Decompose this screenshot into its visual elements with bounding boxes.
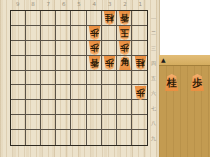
file-label: 3	[102, 0, 117, 9]
sente-hand-header: ▲	[159, 55, 210, 65]
hand-piece-歩[interactable]: 歩	[190, 74, 205, 91]
file-label: 5	[71, 0, 86, 9]
rank-label: 一	[149, 10, 158, 25]
piece-sente-2四[interactable]: 角	[117, 55, 132, 70]
piece-kanji: 歩	[88, 41, 101, 55]
piece-gote-1四[interactable]: 桂	[133, 55, 148, 70]
piece-gote-2一[interactable]: 香	[117, 10, 132, 25]
board-pieces-layer: 桂香歩玉歩歩香歩角桂歩	[10, 10, 148, 146]
rank-label: 五	[149, 70, 158, 85]
piece-kanji: 香	[88, 56, 101, 70]
piece-gote-4四[interactable]: 香	[87, 55, 102, 70]
piece-kanji: 歩	[88, 26, 101, 40]
file-label: 7	[41, 0, 56, 9]
file-label: 2	[117, 0, 132, 9]
piece-gote-4二[interactable]: 歩	[87, 25, 102, 40]
piece-gote-3一[interactable]: 桂	[102, 10, 117, 25]
piece-gote-3四[interactable]: 歩	[102, 55, 117, 70]
piece-kanji: 香	[118, 11, 131, 25]
file-label: 6	[56, 0, 71, 9]
piece-kanji: 歩	[103, 56, 116, 70]
piece-gote-4三[interactable]: 歩	[87, 40, 102, 55]
sente-marker-icon: ▲	[161, 57, 166, 63]
rank-label: 二	[149, 25, 158, 40]
shogi-app: 987654321 一二三四五六七八九 桂香歩玉歩歩香歩角桂歩 ▲ 桂歩	[0, 0, 210, 157]
rank-label: 七	[149, 101, 158, 116]
rank-label: 九	[149, 131, 158, 146]
file-label: 4	[87, 0, 102, 9]
hand-piece-桂[interactable]: 桂	[164, 74, 179, 91]
rank-labels: 一二三四五六七八九	[149, 10, 158, 146]
sente-hand-tray: 桂歩	[159, 65, 210, 157]
file-labels: 987654321	[10, 0, 148, 9]
hand-pieces: 桂歩	[159, 74, 210, 91]
piece-gote-1六[interactable]: 歩	[133, 86, 148, 101]
piece-gote-2二[interactable]: 玉	[117, 25, 132, 40]
rank-label: 四	[149, 55, 158, 70]
shogi-board: 987654321 一二三四五六七八九 桂香歩玉歩歩香歩角桂歩	[0, 0, 160, 157]
rank-label: 三	[149, 40, 158, 55]
piece-gote-2三[interactable]: 歩	[117, 40, 132, 55]
piece-kanji: 歩	[134, 86, 147, 100]
file-label: 1	[133, 0, 148, 9]
piece-kanji: 桂	[134, 56, 147, 70]
file-label: 9	[10, 0, 25, 9]
rank-label: 六	[149, 86, 158, 101]
piece-kanji: 歩	[118, 41, 131, 55]
rank-label: 八	[149, 116, 158, 131]
file-label: 8	[25, 0, 40, 9]
piece-kanji: 桂	[103, 11, 116, 25]
piece-kanji: 玉	[118, 26, 131, 40]
piece-kanji: 角	[118, 56, 131, 70]
